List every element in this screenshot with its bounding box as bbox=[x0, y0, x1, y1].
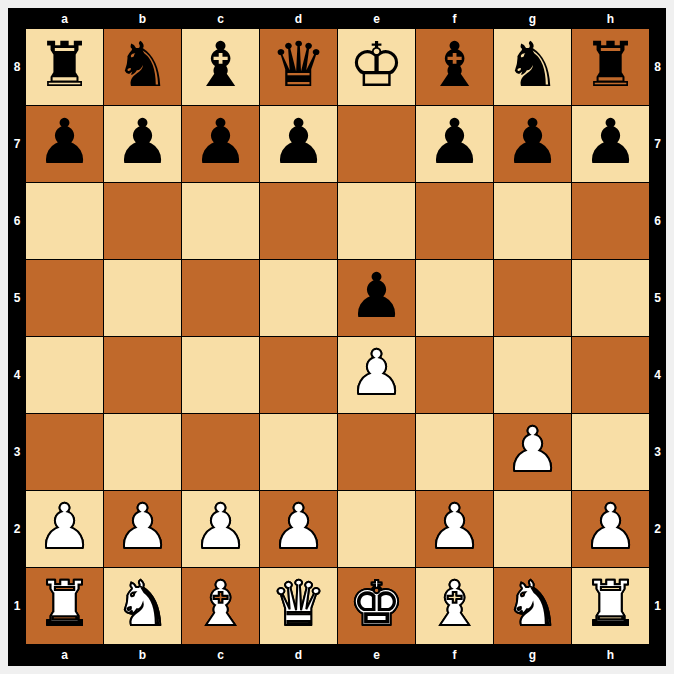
square-h3[interactable] bbox=[572, 414, 649, 490]
square-c5[interactable] bbox=[182, 260, 259, 336]
square-d3[interactable] bbox=[260, 414, 337, 490]
square-h6[interactable] bbox=[572, 183, 649, 259]
square-h7[interactable]: ♟ bbox=[572, 106, 649, 182]
file-labels-bottom: abcdefgh bbox=[26, 644, 649, 666]
square-c7[interactable]: ♟ bbox=[182, 106, 259, 182]
square-f6[interactable] bbox=[416, 183, 493, 259]
piece-white-rook[interactable]: ♜ bbox=[37, 573, 93, 635]
piece-black-queen[interactable]: ♛ bbox=[271, 34, 327, 96]
file-label-a: a bbox=[26, 644, 103, 666]
square-a4[interactable] bbox=[26, 337, 103, 413]
square-f2[interactable]: ♟ bbox=[416, 491, 493, 567]
board-frame: abcdefgh 87654321 87654321 ♜♞♝♛♔♝♞♜♟♟♟♟♟… bbox=[8, 8, 666, 666]
square-g3[interactable]: ♟ bbox=[494, 414, 571, 490]
piece-black-pawn[interactable]: ♟ bbox=[427, 111, 483, 173]
piece-white-rook[interactable]: ♜ bbox=[583, 573, 639, 635]
file-label-h: h bbox=[572, 644, 649, 666]
square-c6[interactable] bbox=[182, 183, 259, 259]
piece-white-bishop[interactable]: ♝ bbox=[193, 573, 249, 635]
square-a8[interactable]: ♜ bbox=[26, 29, 103, 105]
file-label-b: b bbox=[104, 644, 181, 666]
square-a2[interactable]: ♟ bbox=[26, 491, 103, 567]
rank-label-4: 4 bbox=[649, 337, 666, 413]
piece-black-king[interactable]: ♔ bbox=[349, 34, 405, 96]
file-label-b: b bbox=[104, 8, 181, 29]
square-c1[interactable]: ♝ bbox=[182, 568, 259, 644]
piece-white-pawn[interactable]: ♟ bbox=[349, 342, 405, 404]
square-h8[interactable]: ♜ bbox=[572, 29, 649, 105]
square-g5[interactable] bbox=[494, 260, 571, 336]
square-e1[interactable]: ♚ bbox=[338, 568, 415, 644]
square-b8[interactable]: ♞ bbox=[104, 29, 181, 105]
square-d8[interactable]: ♛ bbox=[260, 29, 337, 105]
square-f1[interactable]: ♝ bbox=[416, 568, 493, 644]
file-label-e: e bbox=[338, 8, 415, 29]
square-h2[interactable]: ♟ bbox=[572, 491, 649, 567]
square-b6[interactable] bbox=[104, 183, 181, 259]
square-d5[interactable] bbox=[260, 260, 337, 336]
piece-white-king[interactable]: ♚ bbox=[349, 573, 405, 635]
piece-black-rook[interactable]: ♜ bbox=[37, 34, 93, 96]
square-d4[interactable] bbox=[260, 337, 337, 413]
square-h1[interactable]: ♜ bbox=[572, 568, 649, 644]
piece-black-pawn[interactable]: ♟ bbox=[193, 111, 249, 173]
piece-black-knight[interactable]: ♞ bbox=[115, 34, 171, 96]
piece-white-pawn[interactable]: ♟ bbox=[115, 496, 171, 558]
file-label-g: g bbox=[494, 8, 571, 29]
piece-black-pawn[interactable]: ♟ bbox=[583, 111, 639, 173]
square-a6[interactable] bbox=[26, 183, 103, 259]
square-g4[interactable] bbox=[494, 337, 571, 413]
piece-black-pawn[interactable]: ♟ bbox=[349, 265, 405, 327]
piece-white-pawn[interactable]: ♟ bbox=[427, 496, 483, 558]
rank-label-1: 1 bbox=[649, 568, 666, 644]
rank-label-2: 2 bbox=[649, 491, 666, 567]
square-f3[interactable] bbox=[416, 414, 493, 490]
rank-labels-right: 87654321 bbox=[649, 29, 666, 644]
square-e2[interactable] bbox=[338, 491, 415, 567]
file-label-f: f bbox=[416, 8, 493, 29]
square-f4[interactable] bbox=[416, 337, 493, 413]
file-label-a: a bbox=[26, 8, 103, 29]
square-g8[interactable]: ♞ bbox=[494, 29, 571, 105]
square-e8[interactable]: ♔ bbox=[338, 29, 415, 105]
piece-black-bishop[interactable]: ♝ bbox=[193, 34, 249, 96]
piece-black-knight[interactable]: ♞ bbox=[505, 34, 561, 96]
square-b7[interactable]: ♟ bbox=[104, 106, 181, 182]
piece-white-knight[interactable]: ♞ bbox=[505, 573, 561, 635]
square-e6[interactable] bbox=[338, 183, 415, 259]
square-b5[interactable] bbox=[104, 260, 181, 336]
square-c3[interactable] bbox=[182, 414, 259, 490]
rank-label-8: 8 bbox=[649, 29, 666, 105]
square-g6[interactable] bbox=[494, 183, 571, 259]
square-h4[interactable] bbox=[572, 337, 649, 413]
rank-label-5: 5 bbox=[649, 260, 666, 336]
file-label-g: g bbox=[494, 644, 571, 666]
square-d2[interactable]: ♟ bbox=[260, 491, 337, 567]
square-f7[interactable]: ♟ bbox=[416, 106, 493, 182]
piece-black-bishop[interactable]: ♝ bbox=[427, 34, 483, 96]
square-d1[interactable]: ♛ bbox=[260, 568, 337, 644]
rank-label-8: 8 bbox=[8, 29, 26, 105]
piece-white-pawn[interactable]: ♟ bbox=[37, 496, 93, 558]
square-c4[interactable] bbox=[182, 337, 259, 413]
piece-white-queen[interactable]: ♛ bbox=[271, 573, 327, 635]
piece-black-pawn[interactable]: ♟ bbox=[37, 111, 93, 173]
rank-label-7: 7 bbox=[649, 106, 666, 182]
square-h5[interactable] bbox=[572, 260, 649, 336]
rank-label-5: 5 bbox=[8, 260, 26, 336]
square-a7[interactable]: ♟ bbox=[26, 106, 103, 182]
piece-black-pawn[interactable]: ♟ bbox=[505, 111, 561, 173]
piece-black-pawn[interactable]: ♟ bbox=[115, 111, 171, 173]
square-a1[interactable]: ♜ bbox=[26, 568, 103, 644]
rank-label-3: 3 bbox=[8, 414, 26, 490]
piece-black-rook[interactable]: ♜ bbox=[583, 34, 639, 96]
rank-label-1: 1 bbox=[8, 568, 26, 644]
square-e3[interactable] bbox=[338, 414, 415, 490]
square-c2[interactable]: ♟ bbox=[182, 491, 259, 567]
square-a3[interactable] bbox=[26, 414, 103, 490]
rank-label-2: 2 bbox=[8, 491, 26, 567]
square-f8[interactable]: ♝ bbox=[416, 29, 493, 105]
square-g2[interactable] bbox=[494, 491, 571, 567]
rank-label-7: 7 bbox=[8, 106, 26, 182]
square-g1[interactable]: ♞ bbox=[494, 568, 571, 644]
page-background: abcdefgh 87654321 87654321 ♜♞♝♛♔♝♞♜♟♟♟♟♟… bbox=[0, 0, 674, 674]
square-d7[interactable]: ♟ bbox=[260, 106, 337, 182]
file-label-c: c bbox=[182, 8, 259, 29]
file-labels-top: abcdefgh bbox=[26, 8, 649, 29]
rank-label-4: 4 bbox=[8, 337, 26, 413]
square-d6[interactable] bbox=[260, 183, 337, 259]
piece-white-pawn[interactable]: ♟ bbox=[193, 496, 249, 558]
file-label-e: e bbox=[338, 644, 415, 666]
rank-label-3: 3 bbox=[649, 414, 666, 490]
square-e7[interactable] bbox=[338, 106, 415, 182]
square-b1[interactable]: ♞ bbox=[104, 568, 181, 644]
square-b2[interactable]: ♟ bbox=[104, 491, 181, 567]
file-label-d: d bbox=[260, 8, 337, 29]
file-label-c: c bbox=[182, 644, 259, 666]
square-b4[interactable] bbox=[104, 337, 181, 413]
piece-white-knight[interactable]: ♞ bbox=[115, 573, 171, 635]
piece-black-pawn[interactable]: ♟ bbox=[271, 111, 327, 173]
piece-white-pawn[interactable]: ♟ bbox=[583, 496, 639, 558]
square-c8[interactable]: ♝ bbox=[182, 29, 259, 105]
square-b3[interactable] bbox=[104, 414, 181, 490]
file-label-f: f bbox=[416, 644, 493, 666]
square-a5[interactable] bbox=[26, 260, 103, 336]
square-e4[interactable]: ♟ bbox=[338, 337, 415, 413]
rank-label-6: 6 bbox=[8, 183, 26, 259]
file-label-h: h bbox=[572, 8, 649, 29]
square-f5[interactable] bbox=[416, 260, 493, 336]
piece-white-pawn[interactable]: ♟ bbox=[271, 496, 327, 558]
chess-board: ♜♞♝♛♔♝♞♜♟♟♟♟♟♟♟♟♟♟♟♟♟♟♟♟♜♞♝♛♚♝♞♜ bbox=[26, 29, 649, 644]
piece-white-pawn[interactable]: ♟ bbox=[505, 419, 561, 481]
square-g7[interactable]: ♟ bbox=[494, 106, 571, 182]
file-label-d: d bbox=[260, 644, 337, 666]
rank-label-6: 6 bbox=[649, 183, 666, 259]
square-e5[interactable]: ♟ bbox=[338, 260, 415, 336]
rank-labels-left: 87654321 bbox=[8, 29, 26, 644]
piece-white-bishop[interactable]: ♝ bbox=[427, 573, 483, 635]
